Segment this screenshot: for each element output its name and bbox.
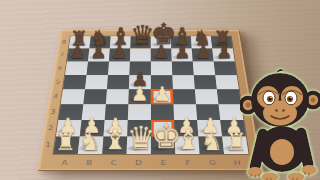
chessboard-frame: ♜♞♝♛♚♝♞♜♟♟♟♟♟♟♟♟♟♟♟♟♟♟♟♟♜♞♝♛♚♝♞♜ ABCDEFG… <box>37 30 263 171</box>
square-f4[interactable] <box>173 89 196 104</box>
square-a6[interactable] <box>65 62 88 76</box>
piece-shadow <box>125 96 148 103</box>
file-label-B: B <box>76 159 101 166</box>
square-f6[interactable] <box>172 62 194 76</box>
square-b6[interactable] <box>86 62 108 76</box>
piece-shadow <box>100 127 125 135</box>
rank-label-7: 7 <box>57 49 67 62</box>
rank-label-8: 8 <box>59 36 69 48</box>
piece-shadow <box>127 42 148 48</box>
game-screen: ♜♞♝♛♚♝♞♜♟♟♟♟♟♟♟♟♟♟♟♟♟♟♟♟♜♞♝♛♚♝♞♜ ABCDEFG… <box>0 0 320 180</box>
piece-shadow <box>168 54 190 60</box>
square-b3[interactable] <box>82 104 106 120</box>
piece-shadow <box>189 54 211 60</box>
file-label-D: D <box>126 159 151 166</box>
square-d2[interactable] <box>127 120 151 137</box>
square-d4[interactable]: ♟ <box>128 89 151 104</box>
square-h7[interactable]: ♟ <box>212 49 234 62</box>
square-c6[interactable] <box>108 62 130 76</box>
square-e1[interactable]: ♚ <box>151 137 175 154</box>
piece-shadow <box>50 144 76 152</box>
piece-shadow <box>52 127 78 135</box>
square-c7[interactable]: ♟ <box>109 49 130 62</box>
chessboard-grid: ♜♞♝♛♚♝♞♜♟♟♟♟♟♟♟♟♟♟♟♟♟♟♟♟♜♞♝♛♚♝♞♜ <box>53 36 248 154</box>
file-labels: ABCDEFGH <box>52 159 251 166</box>
square-f3[interactable] <box>173 104 197 120</box>
square-c3[interactable] <box>105 104 129 120</box>
rank-label-4: 4 <box>50 89 61 104</box>
piece-shadow <box>171 127 196 135</box>
square-e2[interactable] <box>151 120 175 137</box>
piece-shadow <box>76 127 101 135</box>
piece-shadow <box>148 42 169 48</box>
file-label-F: F <box>176 159 201 166</box>
piece-shadow <box>208 42 230 48</box>
rank-label-5: 5 <box>52 75 63 89</box>
piece-shadow <box>123 144 148 152</box>
piece-shadow <box>210 54 232 60</box>
square-g6[interactable] <box>193 62 215 76</box>
square-a3[interactable] <box>58 104 83 120</box>
piece-shadow <box>168 42 189 48</box>
square-f2[interactable]: ♟ <box>174 120 198 137</box>
piece-shadow <box>171 144 197 152</box>
piece-shadow <box>107 42 128 48</box>
piece-shadow <box>147 96 170 103</box>
square-a5[interactable] <box>63 75 87 89</box>
square-d1[interactable]: ♛ <box>127 137 151 154</box>
piece-black-pawn[interactable]: ♟ <box>129 70 151 89</box>
rank-label-2: 2 <box>45 120 57 137</box>
square-f5[interactable] <box>172 75 195 89</box>
square-d3[interactable] <box>128 104 151 120</box>
file-label-G: G <box>200 159 225 166</box>
piece-shadow <box>147 54 169 60</box>
piece-shadow <box>66 42 88 48</box>
piece-shadow <box>64 54 86 60</box>
square-h4[interactable] <box>217 89 241 104</box>
file-label-C: C <box>101 159 126 166</box>
rank-label-6: 6 <box>55 62 66 76</box>
square-e4[interactable]: ♟ <box>151 89 174 104</box>
chimp-belly <box>270 139 294 165</box>
piece-shadow <box>217 127 242 135</box>
square-d5[interactable]: ♟ <box>129 75 151 89</box>
rank-label-3: 3 <box>47 104 59 120</box>
square-a4[interactable] <box>61 89 85 104</box>
square-e6[interactable] <box>151 62 172 76</box>
piece-shadow <box>86 42 108 48</box>
square-g5[interactable] <box>194 75 217 89</box>
piece-shadow <box>194 127 219 135</box>
piece-shadow <box>147 144 172 152</box>
piece-shadow <box>98 144 124 152</box>
square-b4[interactable] <box>83 89 107 104</box>
square-b5[interactable] <box>85 75 108 89</box>
square-h6[interactable] <box>214 62 237 76</box>
piece-shadow <box>188 42 210 48</box>
square-h5[interactable] <box>215 75 239 89</box>
square-e5[interactable] <box>151 75 173 89</box>
square-g3[interactable] <box>196 104 220 120</box>
chimpanzee-mascot <box>240 53 320 180</box>
square-a2[interactable]: ♟ <box>56 120 82 137</box>
square-c2[interactable]: ♟ <box>103 120 127 137</box>
piece-shadow <box>125 81 148 88</box>
square-h8[interactable]: ♜ <box>211 36 233 48</box>
piece-shadow <box>106 54 128 60</box>
square-d6[interactable] <box>129 62 150 76</box>
file-label-E: E <box>151 159 176 166</box>
square-c1[interactable]: ♝ <box>102 137 127 154</box>
square-e3[interactable] <box>151 104 174 120</box>
piece-shadow <box>74 144 100 152</box>
square-b2[interactable]: ♟ <box>80 120 105 137</box>
piece-shadow <box>195 144 221 152</box>
square-g4[interactable] <box>195 89 219 104</box>
piece-shadow <box>85 54 107 60</box>
square-g2[interactable]: ♟ <box>197 120 222 137</box>
file-label-A: A <box>52 159 78 166</box>
